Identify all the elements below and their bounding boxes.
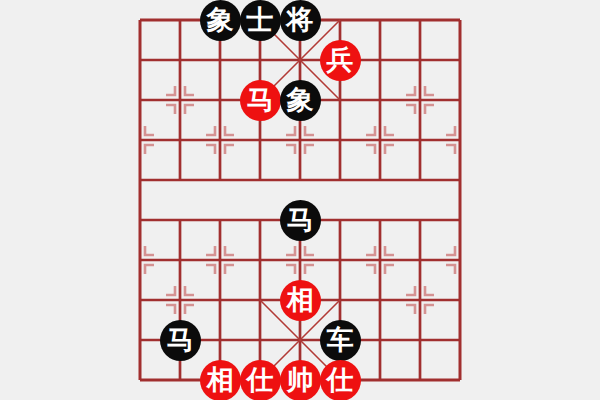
piece-black-horse[interactable]: 马	[160, 320, 201, 361]
piece-grid: 象士将兵马象马相马车相仕帅仕	[120, 0, 480, 400]
piece-black-elephant[interactable]: 象	[200, 0, 241, 41]
piece-black-chariot[interactable]: 车	[320, 320, 361, 361]
piece-red-general[interactable]: 帅	[280, 360, 321, 400]
piece-red-advisor[interactable]: 仕	[320, 360, 361, 400]
piece-black-general[interactable]: 将	[280, 0, 321, 41]
piece-red-elephant[interactable]: 相	[280, 280, 321, 321]
piece-red-elephant[interactable]: 相	[200, 360, 241, 400]
piece-black-elephant[interactable]: 象	[280, 80, 321, 121]
piece-red-soldier[interactable]: 兵	[320, 40, 361, 81]
piece-red-advisor[interactable]: 仕	[240, 360, 281, 400]
xiangqi-board: 象士将兵马象马相马车相仕帅仕	[0, 0, 600, 400]
piece-red-horse[interactable]: 马	[240, 80, 281, 121]
piece-black-horse[interactable]: 马	[280, 200, 321, 241]
piece-black-advisor[interactable]: 士	[240, 0, 281, 41]
